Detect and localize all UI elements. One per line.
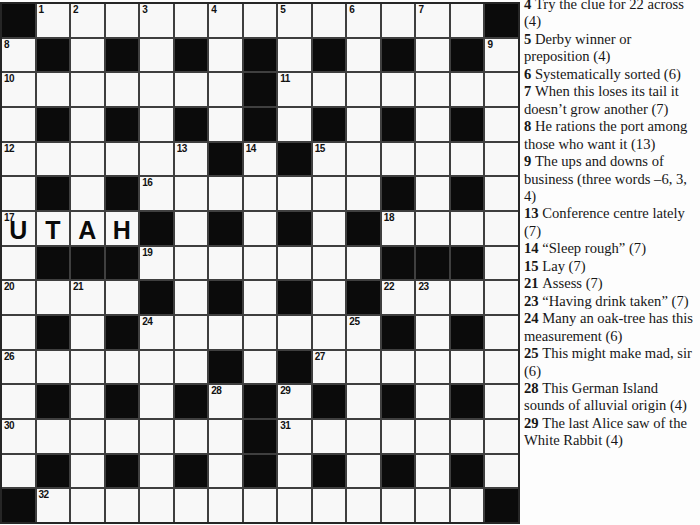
cell-r13c10[interactable] (347, 455, 380, 488)
black-cell-r7c2 (71, 247, 104, 280)
cell-r5c7[interactable] (244, 177, 277, 210)
cell-r11c8[interactable]: 29 (278, 385, 311, 418)
black-cell-r7c3 (106, 247, 139, 280)
cell-r6c14[interactable] (485, 212, 518, 245)
cell-r0c8[interactable]: 5 (278, 4, 311, 37)
cell-r9c6[interactable] (209, 316, 242, 349)
cell-r8c3[interactable] (106, 281, 139, 314)
clue-num-label: 4 (524, 0, 535, 12)
cell-r13c12[interactable] (416, 455, 449, 488)
cell-r8c9[interactable] (313, 281, 346, 314)
cell-r8c7[interactable] (244, 281, 277, 314)
black-cell-r6c8 (278, 212, 311, 245)
clue-21-down: 21 Assess (7) (524, 275, 699, 292)
cell-r11c10[interactable] (347, 385, 380, 418)
cell-r10c1[interactable] (37, 351, 70, 384)
cell-r11c12[interactable] (416, 385, 449, 418)
cell-r1c8[interactable] (278, 39, 311, 72)
black-cell-r11c5 (175, 385, 208, 418)
black-cell-r8c6 (209, 281, 242, 314)
cell-r6c0[interactable]: 17U (2, 212, 35, 245)
black-cell-r9c3 (106, 316, 139, 349)
clue-num-label: 13 (524, 205, 542, 221)
black-cell-r11c9 (313, 385, 346, 418)
black-cell-r11c3 (106, 385, 139, 418)
black-cell-r9c13 (451, 316, 484, 349)
clue-number-28: 28 (211, 385, 221, 397)
clue-number-9: 9 (487, 39, 492, 51)
black-cell-r7c13 (451, 247, 484, 280)
black-cell-r6c6 (209, 212, 242, 245)
clue-number-29: 29 (280, 385, 290, 397)
cell-r3c2[interactable] (71, 108, 104, 141)
clue-4-down: 4 Try the clue for 22 across (4) (524, 0, 699, 31)
cell-r4c12[interactable] (416, 143, 449, 176)
clue-number-8: 8 (4, 39, 9, 51)
cell-r10c10[interactable] (347, 351, 380, 384)
black-cell-r5c13 (451, 177, 484, 210)
black-cell-r8c10 (347, 281, 380, 314)
cell-r10c9[interactable]: 27 (313, 351, 346, 384)
clue-number-5: 5 (280, 4, 285, 16)
black-cell-r4c6 (209, 143, 242, 176)
cell-r1c2[interactable] (71, 39, 104, 72)
clue-number-22: 22 (384, 281, 394, 293)
cell-r14c11[interactable] (382, 489, 415, 522)
cell-r13c2[interactable] (71, 455, 104, 488)
black-cell-r3c7 (244, 108, 277, 141)
cell-r6c3[interactable]: H (106, 212, 139, 245)
clue-8-down: 8 He rations the port among those who wa… (524, 118, 699, 153)
cell-r12c8[interactable]: 31 (278, 420, 311, 453)
clue-9-down: 9 The ups and downs of business (three w… (524, 153, 699, 205)
clue-number-27: 27 (315, 351, 325, 363)
cell-r1c0[interactable]: 8 (2, 39, 35, 72)
cell-r12c14[interactable] (485, 420, 518, 453)
black-cell-r2c7 (244, 73, 277, 106)
black-cell-r6c4 (140, 212, 173, 245)
clue-num-label: 8 (524, 118, 535, 134)
cell-r2c4[interactable] (140, 73, 173, 106)
cell-r10c14[interactable] (485, 351, 518, 384)
black-cell-r10c8 (278, 351, 311, 384)
cell-r6c9[interactable] (313, 212, 346, 245)
cell-r10c0[interactable]: 26 (2, 351, 35, 384)
crossword-grid: 1234567891011121314151617UTAH18192021222… (0, 2, 520, 524)
cell-r2c2[interactable] (71, 73, 104, 106)
cell-r13c8[interactable] (278, 455, 311, 488)
clue-num-label: 14 (524, 240, 542, 256)
cell-r5c4[interactable]: 16 (140, 177, 173, 210)
cell-r3c4[interactable] (140, 108, 173, 141)
cell-r7c9[interactable] (313, 247, 346, 280)
clue-24-down: 24 Many an oak-tree has this measurement… (524, 310, 699, 345)
clue-number-24: 24 (142, 316, 152, 328)
cell-r12c10[interactable] (347, 420, 380, 453)
clue-number-23: 23 (418, 281, 428, 293)
cell-r7c4[interactable]: 19 (140, 247, 173, 280)
black-cell-r9c11 (382, 316, 415, 349)
cell-r4c0[interactable]: 12 (2, 143, 35, 176)
black-cell-r4c8 (278, 143, 311, 176)
clue-number-2: 2 (73, 4, 78, 16)
cell-r2c1[interactable] (37, 73, 70, 106)
cell-r8c11[interactable]: 22 (382, 281, 415, 314)
cell-r10c5[interactable] (175, 351, 208, 384)
cell-r2c11[interactable] (382, 73, 415, 106)
black-cell-r0c0 (2, 4, 35, 37)
cell-r5c10[interactable] (347, 177, 380, 210)
cell-r12c11[interactable] (382, 420, 415, 453)
black-cell-r13c3 (106, 455, 139, 488)
black-cell-r1c5 (175, 39, 208, 72)
clue-num-label: 23 (524, 293, 542, 309)
cell-r6c1[interactable]: T (37, 212, 70, 245)
cell-r7c10[interactable] (347, 247, 380, 280)
cell-r0c3[interactable] (106, 4, 139, 37)
cell-r14c7[interactable] (244, 489, 277, 522)
clue-num-label: 21 (524, 275, 542, 291)
clue-number-20: 20 (4, 281, 14, 293)
cell-r14c12[interactable] (416, 489, 449, 522)
clue-number-25: 25 (349, 316, 359, 328)
black-cell-r1c9 (313, 39, 346, 72)
clue-number-3: 3 (142, 4, 147, 16)
black-cell-r3c11 (382, 108, 415, 141)
cell-r7c14[interactable] (485, 247, 518, 280)
black-cell-r13c1 (37, 455, 70, 488)
clue-15-down: 15 Lay (7) (524, 258, 699, 275)
cell-r14c3[interactable] (106, 489, 139, 522)
cell-r5c14[interactable] (485, 177, 518, 210)
clue-7-down: 7 When this loses its tail it doesn’t gr… (524, 83, 699, 118)
clue-number-13: 13 (177, 143, 187, 155)
black-cell-r11c13 (451, 385, 484, 418)
crossword-grid-area: 1234567891011121314151617UTAH18192021222… (0, 2, 520, 524)
cell-r7c7[interactable] (244, 247, 277, 280)
cell-r9c10[interactable]: 25 (347, 316, 380, 349)
cell-r13c0[interactable] (2, 455, 35, 488)
cell-r12c4[interactable] (140, 420, 173, 453)
cell-r9c9[interactable] (313, 316, 346, 349)
cell-r2c10[interactable] (347, 73, 380, 106)
cell-r2c3[interactable] (106, 73, 139, 106)
black-cell-r3c1 (37, 108, 70, 141)
cell-r6c13[interactable] (451, 212, 484, 245)
black-cell-r10c6 (209, 351, 242, 384)
clue-number-10: 10 (4, 73, 14, 85)
clue-number-11: 11 (280, 73, 290, 85)
cell-r12c2[interactable] (71, 420, 104, 453)
cell-r12c0[interactable]: 30 (2, 420, 35, 453)
clue-5-down: 5 Derby winner or preposition (4) (524, 31, 699, 66)
cell-r9c14[interactable] (485, 316, 518, 349)
cell-r0c2[interactable]: 2 (71, 4, 104, 37)
cell-r0c13[interactable] (451, 4, 484, 37)
black-cell-r1c13 (451, 39, 484, 72)
black-cell-r3c9 (313, 108, 346, 141)
black-cell-r3c5 (175, 108, 208, 141)
cell-r9c4[interactable]: 24 (140, 316, 173, 349)
clue-num-label: 24 (524, 310, 542, 326)
clue-number-19: 19 (142, 247, 152, 259)
black-cell-r8c8 (278, 281, 311, 314)
black-cell-r12c7 (244, 420, 277, 453)
clue-number-26: 26 (4, 351, 14, 363)
cell-r10c12[interactable] (416, 351, 449, 384)
clue-number-12: 12 (4, 143, 14, 155)
cell-r0c11[interactable] (382, 4, 415, 37)
cell-r3c12[interactable] (416, 108, 449, 141)
cell-r5c5[interactable] (175, 177, 208, 210)
clue-6-down: 6 Systematically sorted (6) (524, 66, 699, 83)
cell-r5c8[interactable] (278, 177, 311, 210)
clue-num-label: 6 (524, 66, 535, 82)
cell-r9c2[interactable] (71, 316, 104, 349)
cell-r4c10[interactable] (347, 143, 380, 176)
cell-r9c5[interactable] (175, 316, 208, 349)
cell-r10c3[interactable] (106, 351, 139, 384)
cell-r1c10[interactable] (347, 39, 380, 72)
cell-r11c0[interactable] (2, 385, 35, 418)
cell-r5c2[interactable] (71, 177, 104, 210)
black-cell-r6c10 (347, 212, 380, 245)
cell-r14c8[interactable] (278, 489, 311, 522)
black-cell-r1c1 (37, 39, 70, 72)
cell-r4c4[interactable] (140, 143, 173, 176)
cell-r9c7[interactable] (244, 316, 277, 349)
cell-r12c9[interactable] (313, 420, 346, 453)
black-cell-r5c11 (382, 177, 415, 210)
black-cell-r13c13 (451, 455, 484, 488)
cell-r8c14[interactable] (485, 281, 518, 314)
cell-r12c13[interactable] (451, 420, 484, 453)
cell-r2c0[interactable]: 10 (2, 73, 35, 106)
cell-r9c8[interactable] (278, 316, 311, 349)
cell-r0c12[interactable]: 7 (416, 4, 449, 37)
clue-number-14: 14 (246, 143, 256, 155)
cell-r14c13[interactable] (451, 489, 484, 522)
cell-r8c13[interactable] (451, 281, 484, 314)
cell-r1c4[interactable] (140, 39, 173, 72)
cell-r14c5[interactable] (175, 489, 208, 522)
clue-num-label: 28 (524, 380, 542, 396)
clue-number-31: 31 (280, 420, 290, 432)
cell-r4c3[interactable] (106, 143, 139, 176)
cell-r12c6[interactable] (209, 420, 242, 453)
black-cell-r13c11 (382, 455, 415, 488)
black-cell-r9c1 (37, 316, 70, 349)
black-cell-r13c9 (313, 455, 346, 488)
cell-r12c3[interactable] (106, 420, 139, 453)
clue-num-label: 9 (524, 153, 535, 169)
cell-r14c2[interactable] (71, 489, 104, 522)
clue-29-down: 29 The last Alice saw of the White Rabbi… (524, 415, 699, 450)
cell-r7c5[interactable] (175, 247, 208, 280)
cell-r12c1[interactable] (37, 420, 70, 453)
cell-r14c6[interactable] (209, 489, 242, 522)
cell-r10c4[interactable] (140, 351, 173, 384)
cell-r5c12[interactable] (416, 177, 449, 210)
cell-r8c2[interactable]: 21 (71, 281, 104, 314)
cell-r9c0[interactable] (2, 316, 35, 349)
cell-r13c14[interactable] (485, 455, 518, 488)
cell-r0c9[interactable] (313, 4, 346, 37)
cell-r13c6[interactable] (209, 455, 242, 488)
cell-r12c12[interactable] (416, 420, 449, 453)
clue-num-label: 25 (524, 345, 542, 361)
cell-r0c10[interactable]: 6 (347, 4, 380, 37)
clue-13-down: 13 Conference centre lately (7) (524, 205, 699, 240)
cell-r4c11[interactable] (382, 143, 415, 176)
cell-r4c9[interactable]: 15 (313, 143, 346, 176)
cell-r1c14[interactable]: 9 (485, 39, 518, 72)
cell-r2c13[interactable] (451, 73, 484, 106)
clue-23-down: 23 “Having drink taken” (7) (524, 293, 699, 310)
cell-r5c0[interactable] (2, 177, 35, 210)
black-cell-r7c1 (37, 247, 70, 280)
black-cell-r11c11 (382, 385, 415, 418)
black-cell-r14c0 (2, 489, 35, 522)
black-cell-r5c1 (37, 177, 70, 210)
cell-r10c13[interactable] (451, 351, 484, 384)
black-cell-r3c13 (451, 108, 484, 141)
cell-r8c5[interactable] (175, 281, 208, 314)
cell-r3c6[interactable] (209, 108, 242, 141)
clue-number-32: 32 (39, 489, 49, 501)
cell-r0c5[interactable] (175, 4, 208, 37)
cell-r0c7[interactable] (244, 4, 277, 37)
cell-r3c10[interactable] (347, 108, 380, 141)
cell-r1c6[interactable] (209, 39, 242, 72)
black-cell-r1c7 (244, 39, 277, 72)
cell-r0c6[interactable]: 4 (209, 4, 242, 37)
cell-letter: A (71, 217, 104, 245)
cell-r8c0[interactable]: 20 (2, 281, 35, 314)
cell-r4c7[interactable]: 14 (244, 143, 277, 176)
cell-r4c13[interactable] (451, 143, 484, 176)
black-cell-r11c7 (244, 385, 277, 418)
cell-r11c2[interactable] (71, 385, 104, 418)
cell-r12c5[interactable] (175, 420, 208, 453)
cell-r14c1[interactable]: 32 (37, 489, 70, 522)
clue-num-label: 7 (524, 83, 535, 99)
black-cell-r7c11 (382, 247, 415, 280)
cell-r10c11[interactable] (382, 351, 415, 384)
cell-r6c7[interactable] (244, 212, 277, 245)
black-cell-r0c14 (485, 4, 518, 37)
cell-r13c4[interactable] (140, 455, 173, 488)
cell-letter: U (2, 217, 35, 245)
clue-number-15: 15 (315, 143, 325, 155)
cell-letter: H (106, 217, 139, 245)
cell-r5c6[interactable] (209, 177, 242, 210)
clue-14-down: 14 “Sleep rough” (7) (524, 240, 699, 257)
cell-r2c9[interactable] (313, 73, 346, 106)
clue-number-18: 18 (384, 212, 394, 224)
cell-r11c14[interactable] (485, 385, 518, 418)
cell-r4c14[interactable] (485, 143, 518, 176)
cell-r7c0[interactable] (2, 247, 35, 280)
clue-number-7: 7 (418, 4, 423, 16)
clue-25-down: 25 This might make mad, sir (6) (524, 345, 699, 380)
black-cell-r8c4 (140, 281, 173, 314)
cell-r2c5[interactable] (175, 73, 208, 106)
clue-num-label: 15 (524, 258, 542, 274)
cell-r11c6[interactable]: 28 (209, 385, 242, 418)
cell-r14c4[interactable] (140, 489, 173, 522)
cell-r6c12[interactable] (416, 212, 449, 245)
cell-r6c2[interactable]: A (71, 212, 104, 245)
cell-r2c8[interactable]: 11 (278, 73, 311, 106)
black-cell-r7c12 (416, 247, 449, 280)
cell-r1c12[interactable] (416, 39, 449, 72)
clue-number-1: 1 (39, 4, 44, 16)
black-cell-r3c3 (106, 108, 139, 141)
cell-r2c6[interactable] (209, 73, 242, 106)
clue-num-label: 5 (524, 31, 535, 47)
cell-r8c12[interactable]: 23 (416, 281, 449, 314)
black-cell-r13c7 (244, 455, 277, 488)
cell-r5c9[interactable] (313, 177, 346, 210)
black-cell-r11c1 (37, 385, 70, 418)
cell-r3c0[interactable] (2, 108, 35, 141)
cell-r11c4[interactable] (140, 385, 173, 418)
cell-r10c7[interactable] (244, 351, 277, 384)
cell-r10c2[interactable] (71, 351, 104, 384)
cell-r4c2[interactable] (71, 143, 104, 176)
cell-r7c6[interactable] (209, 247, 242, 280)
cell-r0c1[interactable]: 1 (37, 4, 70, 37)
black-cell-r14c14 (485, 489, 518, 522)
black-cell-r1c3 (106, 39, 139, 72)
cell-r3c8[interactable] (278, 108, 311, 141)
black-cell-r1c11 (382, 39, 415, 72)
cell-r6c5[interactable] (175, 212, 208, 245)
clue-28-down: 28 This German Island sounds of alluvial… (524, 380, 699, 415)
cell-r6c11[interactable]: 18 (382, 212, 415, 245)
black-cell-r13c5 (175, 455, 208, 488)
cell-r14c9[interactable] (313, 489, 346, 522)
cell-r7c8[interactable] (278, 247, 311, 280)
cell-r4c1[interactable] (37, 143, 70, 176)
cell-r8c1[interactable] (37, 281, 70, 314)
cell-r9c12[interactable] (416, 316, 449, 349)
cell-r4c5[interactable]: 13 (175, 143, 208, 176)
down-clues-panel: 4 Try the clue for 22 across (4)5 Derby … (524, 0, 699, 450)
cell-r3c14[interactable] (485, 108, 518, 141)
clue-number-6: 6 (349, 4, 354, 16)
clue-number-30: 30 (4, 420, 14, 432)
cell-r2c14[interactable] (485, 73, 518, 106)
cell-r2c12[interactable] (416, 73, 449, 106)
cell-letter: T (37, 217, 70, 245)
crossword-page: 1234567891011121314151617UTAH18192021222… (0, 0, 700, 525)
clue-num-label: 29 (524, 415, 542, 431)
clue-number-4: 4 (211, 4, 216, 16)
cell-r14c10[interactable] (347, 489, 380, 522)
clue-number-16: 16 (142, 177, 152, 189)
cell-r0c4[interactable]: 3 (140, 4, 173, 37)
black-cell-r5c3 (106, 177, 139, 210)
clue-number-21: 21 (73, 281, 83, 293)
